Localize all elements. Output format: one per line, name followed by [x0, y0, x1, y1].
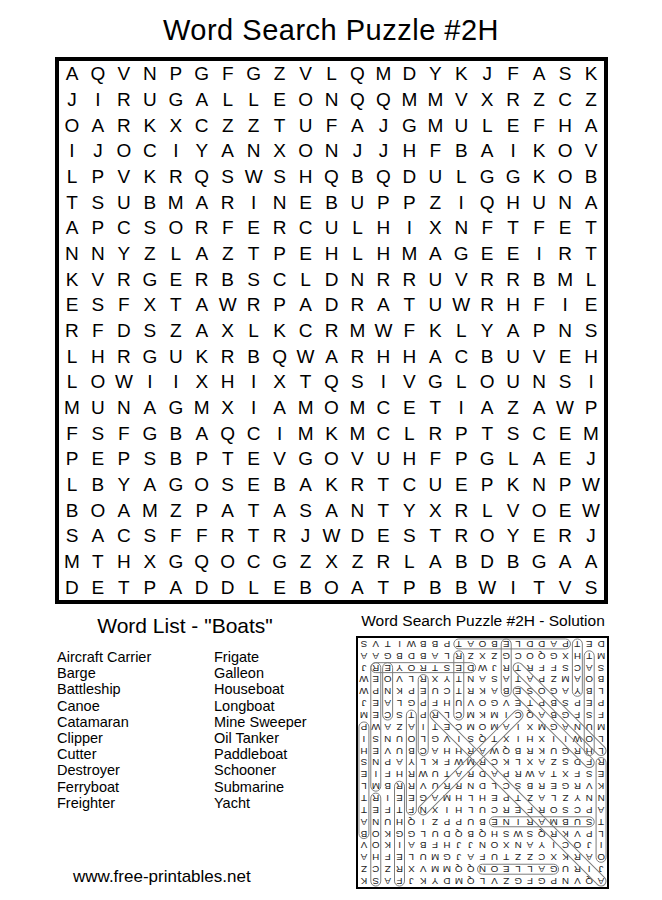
grid-cell: O: [215, 549, 241, 575]
grid-cell: R: [267, 215, 293, 241]
grid-cell: D: [396, 61, 422, 87]
grid-cell: M: [552, 266, 578, 292]
grid-cell: X: [137, 549, 163, 575]
grid-cell: J: [578, 446, 604, 472]
grid-cell: A: [59, 215, 85, 241]
grid-cell: G: [526, 549, 552, 575]
grid-cell: W: [578, 497, 604, 523]
grid-cell: L: [396, 420, 422, 446]
word-list-heading: Word List - "Boats": [40, 614, 330, 638]
grid-cell: M: [59, 395, 85, 421]
grid-cell: U: [319, 215, 345, 241]
grid-cell: M: [422, 87, 448, 113]
grid-cell: S: [552, 369, 578, 395]
grid-cell: Y: [396, 497, 422, 523]
grid-cell: A: [578, 549, 604, 575]
grid-cell: U: [422, 164, 448, 190]
grid-cell: Z: [137, 241, 163, 267]
grid-cell: E: [552, 497, 578, 523]
grid-cell: M: [137, 497, 163, 523]
grid-cell: T: [396, 292, 422, 318]
grid-cell: T: [293, 369, 319, 395]
grid-cell: W: [293, 343, 319, 369]
grid-cell: R: [344, 292, 370, 318]
word-list-item: Houseboat: [214, 681, 307, 697]
grid-cell: P: [474, 472, 500, 498]
grid-cell: C: [396, 472, 422, 498]
grid-cell: V: [293, 61, 319, 87]
grid-cell: W: [370, 318, 396, 344]
grid-cell: X: [267, 138, 293, 164]
grid-cell: S: [241, 266, 267, 292]
grid-cell: I: [163, 369, 189, 395]
grid-cell: E: [526, 523, 552, 549]
grid-cell: R: [552, 523, 578, 549]
grid-cell: O: [85, 497, 111, 523]
grid-cell: G: [474, 446, 500, 472]
grid-cell: M: [344, 318, 370, 344]
word-list-item: Paddleboat: [214, 746, 307, 762]
grid-cell: A: [293, 292, 319, 318]
solution-board-rotated: AQVNPGFGZVLQMDYKJFASKJIRUGALLEONQQMMVXRZ…: [356, 636, 609, 889]
grid-cell: T: [241, 497, 267, 523]
grid-cell: S: [578, 574, 604, 600]
grid-cell: G: [163, 472, 189, 498]
grid-cell: F: [111, 420, 137, 446]
solution-word-capsule: [511, 684, 596, 769]
grid-cell: N: [85, 241, 111, 267]
grid-cell: Q: [85, 61, 111, 87]
grid-cell: Q: [344, 61, 370, 87]
grid-cell: F: [111, 292, 137, 318]
grid-cell: R: [448, 523, 474, 549]
grid-cell: S: [293, 497, 319, 523]
grid-cell: E: [552, 446, 578, 472]
grid-cell: I: [370, 369, 396, 395]
grid-cell: Y: [111, 241, 137, 267]
grid-cell: U: [422, 292, 448, 318]
grid-cell: E: [500, 241, 526, 267]
word-list-item: Cutter: [57, 746, 151, 762]
grid-cell: H: [111, 549, 137, 575]
grid-cell: L: [59, 164, 85, 190]
grid-cell: M: [59, 549, 85, 575]
grid-cell: R: [215, 343, 241, 369]
grid-cell: S: [344, 369, 370, 395]
grid-cell: I: [396, 215, 422, 241]
grid-cell: P: [137, 574, 163, 600]
grid-cell: L: [319, 61, 345, 87]
grid-cell: Z: [267, 61, 293, 87]
grid-cell: R: [319, 318, 345, 344]
grid-cell: E: [370, 523, 396, 549]
word-list-item: Oil Tanker: [214, 730, 307, 746]
grid-cell: D: [396, 164, 422, 190]
grid-cell: A: [189, 292, 215, 318]
solution-word-capsule: [454, 651, 464, 720]
grid-cell: L: [448, 164, 474, 190]
grid-cell: R: [163, 164, 189, 190]
grid-cell: K: [578, 61, 604, 87]
word-list-item: Catamaran: [57, 714, 151, 730]
grid-cell: C: [111, 523, 137, 549]
grid-cell: W: [319, 523, 345, 549]
grid-cell: M: [396, 241, 422, 267]
grid-cell: X: [422, 497, 448, 523]
grid-cell: O: [59, 112, 85, 138]
grid-cell: U: [448, 112, 474, 138]
word-list-item: Clipper: [57, 730, 151, 746]
grid-cell: Y: [422, 61, 448, 87]
grid-cell: N: [552, 189, 578, 215]
grid-cell: K: [422, 318, 448, 344]
grid-cell: N: [344, 497, 370, 523]
grid-cell: F: [474, 215, 500, 241]
grid-cell: G: [163, 549, 189, 575]
grid-cell: B: [448, 549, 474, 575]
grid-cell: S: [85, 292, 111, 318]
grid-cell: V: [85, 266, 111, 292]
grid-cell: A: [163, 574, 189, 600]
grid-cell: F: [526, 112, 552, 138]
grid-cell: Z: [163, 497, 189, 523]
grid-cell: N: [111, 395, 137, 421]
grid-cell: P: [396, 189, 422, 215]
grid-cell: G: [241, 61, 267, 87]
grid-cell: T: [370, 497, 396, 523]
grid-cell: Z: [215, 241, 241, 267]
grid-cell: P: [267, 292, 293, 318]
word-list-item: Frigate: [214, 649, 307, 665]
solution-word-capsule: [596, 758, 606, 863]
grid-cell: X: [474, 87, 500, 113]
grid-cell: P: [59, 446, 85, 472]
grid-cell: P: [189, 446, 215, 472]
grid-cell: E: [267, 574, 293, 600]
grid-cell: R: [422, 420, 448, 446]
grid-cell: C: [241, 549, 267, 575]
grid-cell: Z: [293, 549, 319, 575]
grid-cell: I: [500, 138, 526, 164]
grid-cell: L: [474, 497, 500, 523]
grid-cell: O: [526, 497, 552, 523]
grid-cell: Q: [267, 343, 293, 369]
grid-cell: T: [526, 574, 552, 600]
grid-cell: A: [189, 420, 215, 446]
grid-cell: B: [137, 189, 163, 215]
grid-cell: R: [111, 343, 137, 369]
grid-cell: G: [267, 549, 293, 575]
grid-cell: P: [526, 318, 552, 344]
grid-cell: D: [215, 574, 241, 600]
grid-cell: H: [396, 446, 422, 472]
grid-cell: A: [215, 497, 241, 523]
grid-cell: K: [189, 343, 215, 369]
grid-cell: L: [59, 343, 85, 369]
word-list-item: Ferryboat: [57, 779, 151, 795]
grid-cell: K: [319, 472, 345, 498]
grid-cell: S: [396, 523, 422, 549]
solution-word-capsule: [489, 817, 594, 827]
grid-cell: R: [111, 112, 137, 138]
grid-cell: Q: [370, 164, 396, 190]
grid-cell: B: [85, 472, 111, 498]
grid-cell: N: [319, 138, 345, 164]
grid-cell: A: [474, 138, 500, 164]
grid-cell: W: [552, 395, 578, 421]
grid-cell: D: [319, 292, 345, 318]
grid-cell: Z: [241, 112, 267, 138]
grid-cell: D: [111, 318, 137, 344]
grid-cell: U: [293, 112, 319, 138]
grid-cell: A: [189, 189, 215, 215]
grid-cell: U: [111, 189, 137, 215]
grid-cell: A: [137, 472, 163, 498]
grid-cell: T: [111, 574, 137, 600]
grid-cell: E: [293, 189, 319, 215]
grid-cell: A: [422, 343, 448, 369]
grid-cell: K: [267, 318, 293, 344]
grid-cell: R: [344, 343, 370, 369]
grid-cell: T: [370, 574, 396, 600]
grid-cell: F: [526, 292, 552, 318]
grid-cell: O: [85, 369, 111, 395]
grid-cell: U: [137, 87, 163, 113]
grid-cell: V: [267, 446, 293, 472]
solution-word-capsule: [406, 710, 416, 815]
grid-cell: P: [448, 446, 474, 472]
grid-cell: O: [552, 138, 578, 164]
grid-cell: Y: [189, 138, 215, 164]
grid-cell: F: [396, 318, 422, 344]
solution-word-capsule: [511, 661, 607, 758]
grid-cell: G: [137, 343, 163, 369]
word-list-column-1: Aircraft CarrierBargeBattleshipCanoeCata…: [57, 649, 151, 811]
grid-cell: J: [474, 61, 500, 87]
word-list-column-2: FrigateGalleonHouseboatLongboatMine Swee…: [214, 649, 307, 811]
grid-cell: A: [422, 241, 448, 267]
grid-cell: A: [267, 497, 293, 523]
grid-cell: G: [137, 420, 163, 446]
grid-cell: R: [241, 292, 267, 318]
grid-cell: G: [163, 87, 189, 113]
grid-cell: B: [474, 343, 500, 369]
grid-cell: Q: [344, 87, 370, 113]
grid-cell: M: [293, 395, 319, 421]
grid-cell: G: [137, 266, 163, 292]
solution-word-capsule: [359, 722, 369, 839]
grid-cell: G: [293, 446, 319, 472]
grid-cell: L: [578, 266, 604, 292]
grid-cell: L: [448, 369, 474, 395]
grid-cell: Q: [319, 164, 345, 190]
grid-cell: M: [578, 420, 604, 446]
grid-cell: A: [189, 87, 215, 113]
grid-cell: C: [552, 87, 578, 113]
grid-cell: B: [215, 266, 241, 292]
grid-cell: R: [552, 241, 578, 267]
grid-cell: K: [526, 164, 552, 190]
grid-cell: V: [578, 138, 604, 164]
grid-cell: H: [500, 292, 526, 318]
grid-cell: S: [500, 420, 526, 446]
grid-cell: X: [422, 215, 448, 241]
solution-title: Word Search Puzzle #2H - Solution: [349, 612, 617, 630]
grid-cell: Z: [500, 395, 526, 421]
grid-cell: P: [189, 497, 215, 523]
grid-cell: W: [241, 164, 267, 190]
grid-cell: S: [59, 523, 85, 549]
grid-cell: R: [396, 266, 422, 292]
grid-cell: N: [137, 61, 163, 87]
page-title: Word Search Puzzle #2H: [0, 14, 662, 47]
grid-cell: V: [111, 164, 137, 190]
grid-cell: G: [189, 61, 215, 87]
grid-cell: T: [267, 112, 293, 138]
grid-cell: P: [85, 164, 111, 190]
grid-cell: I: [85, 87, 111, 113]
grid-cell: E: [396, 395, 422, 421]
grid-cell: U: [526, 189, 552, 215]
grid-cell: C: [137, 138, 163, 164]
grid-cell: X: [189, 369, 215, 395]
grid-cell: W: [448, 292, 474, 318]
grid-cell: S: [137, 446, 163, 472]
grid-cell: D: [319, 266, 345, 292]
grid-cell: P: [163, 61, 189, 87]
grid-cell: M: [344, 420, 370, 446]
grid-cell: F: [526, 215, 552, 241]
grid-cell: N: [319, 87, 345, 113]
grid-cell: J: [578, 523, 604, 549]
grid-cell: A: [422, 549, 448, 575]
grid-cell: S: [215, 472, 241, 498]
grid-cell: B: [500, 549, 526, 575]
grid-cell: R: [267, 523, 293, 549]
grid-cell: A: [370, 292, 396, 318]
grid-cell: I: [526, 241, 552, 267]
grid-cell: A: [552, 549, 578, 575]
grid-cell: R: [370, 266, 396, 292]
solution-word-capsule: [454, 639, 571, 649]
grid-cell: P: [552, 472, 578, 498]
grid-cell: O: [293, 138, 319, 164]
grid-cell: P: [396, 574, 422, 600]
solution-word-capsule: [584, 651, 594, 756]
word-list-item: Canoe: [57, 698, 151, 714]
solution-word-capsule: [478, 864, 559, 874]
grid-cell: H: [396, 138, 422, 164]
grid-cell: L: [215, 87, 241, 113]
grid-cell: V: [111, 61, 137, 87]
grid-cell: S: [137, 523, 163, 549]
grid-cell: I: [448, 395, 474, 421]
grid-cell: Y: [474, 318, 500, 344]
word-list-item: Battleship: [57, 681, 151, 697]
grid-cell: U: [370, 446, 396, 472]
grid-cell: I: [552, 292, 578, 318]
grid-cell: X: [267, 369, 293, 395]
grid-cell: Z: [422, 189, 448, 215]
grid-cell: B: [241, 343, 267, 369]
grid-cell: U: [500, 343, 526, 369]
grid-cell: T: [422, 523, 448, 549]
grid-cell: H: [500, 189, 526, 215]
grid-cell: A: [344, 112, 370, 138]
grid-cell: T: [578, 215, 604, 241]
grid-cell: L: [344, 215, 370, 241]
word-list-item: Barge: [57, 665, 151, 681]
grid-cell: O: [293, 87, 319, 113]
grid-cell: A: [578, 112, 604, 138]
grid-cell: O: [319, 574, 345, 600]
solution-word-capsule: [501, 639, 511, 696]
solution-word-capsule: [428, 708, 607, 887]
grid-cell: N: [241, 138, 267, 164]
grid-cell: N: [552, 318, 578, 344]
grid-cell: L: [293, 266, 319, 292]
grid-cell: C: [267, 266, 293, 292]
grid-cell: H: [293, 164, 319, 190]
grid-cell: X: [215, 395, 241, 421]
grid-cell: A: [526, 61, 552, 87]
grid-cell: F: [319, 112, 345, 138]
grid-cell: Z: [578, 87, 604, 113]
word-list-item: Freighter: [57, 795, 151, 811]
grid-cell: Q: [370, 87, 396, 113]
grid-cell: C: [370, 395, 396, 421]
grid-cell: G: [163, 395, 189, 421]
grid-cell: Z: [526, 87, 552, 113]
word-list-item: Schooner: [214, 762, 307, 778]
grid-cell: A: [526, 395, 552, 421]
grid-cell: L: [448, 318, 474, 344]
grid-cell: A: [344, 574, 370, 600]
grid-cell: O: [552, 164, 578, 190]
grid-cell: B: [526, 266, 552, 292]
grid-cell: P: [578, 395, 604, 421]
grid-cell: O: [163, 215, 189, 241]
grid-cell: S: [85, 420, 111, 446]
grid-cell: B: [422, 574, 448, 600]
grid-cell: T: [163, 292, 189, 318]
grid-cell: P: [85, 215, 111, 241]
solution-word-capsule: [395, 781, 405, 886]
grid-cell: D: [474, 549, 500, 575]
grid-cell: H: [370, 215, 396, 241]
grid-cell: H: [370, 241, 396, 267]
grid-cell: E: [552, 215, 578, 241]
grid-cell: J: [293, 523, 319, 549]
grid-cell: Y: [500, 523, 526, 549]
grid-cell: S: [267, 164, 293, 190]
grid-cell: H: [215, 369, 241, 395]
grid-cell: Q: [474, 189, 500, 215]
grid-cell: I: [578, 369, 604, 395]
grid-cell: L: [474, 112, 500, 138]
grid-cell: X: [163, 112, 189, 138]
grid-cell: R: [111, 87, 137, 113]
word-list-item: Longboat: [214, 698, 307, 714]
grid-cell: F: [189, 523, 215, 549]
grid-cell: L: [163, 241, 189, 267]
grid-cell: T: [241, 523, 267, 549]
grid-cell: P: [111, 446, 137, 472]
grid-cell: I: [163, 138, 189, 164]
grid-cell: O: [474, 523, 500, 549]
grid-cell: T: [215, 446, 241, 472]
grid-cell: X: [137, 292, 163, 318]
